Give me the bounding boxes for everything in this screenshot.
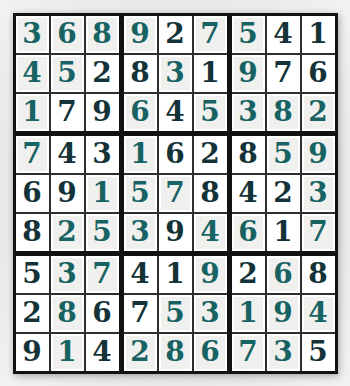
solved-digit: 8 [165,338,184,366]
cell-r7c1[interactable]: 5 [16,256,49,293]
given-digit: 4 [273,20,292,48]
given-digit: 3 [92,140,111,168]
cell-r1c1[interactable]: 3 [16,16,49,53]
solved-digit: 5 [92,218,111,246]
cell-r3c7[interactable]: 3 [232,94,265,131]
cell-r4c9[interactable]: 9 [302,136,335,173]
given-digit: 9 [165,218,184,246]
cell-r7c8[interactable]: 6 [267,256,300,293]
solved-digit: 5 [200,98,219,126]
cell-r3c4[interactable]: 6 [124,94,157,131]
cell-r5c2[interactable]: 9 [51,175,84,212]
cell-r4c5[interactable]: 6 [159,136,192,173]
box-8: 419753286 [124,256,227,371]
solved-digit: 1 [57,338,76,366]
cell-r8c1[interactable]: 2 [16,295,49,332]
solved-digit: 8 [57,299,76,327]
solved-digit: 3 [22,20,41,48]
solved-digit: 9 [308,140,327,168]
cell-r4c4[interactable]: 1 [124,136,157,173]
cell-r9c1[interactable]: 9 [16,334,49,371]
cell-r9c5[interactable]: 8 [159,334,192,371]
cell-r6c5[interactable]: 9 [159,214,192,251]
given-digit: 8 [200,179,219,207]
given-digit: 6 [165,140,184,168]
solved-digit: 7 [308,218,327,246]
given-digit: 1 [200,59,219,87]
box-7: 537286914 [16,256,119,371]
cell-r1c6[interactable]: 7 [194,16,227,53]
solved-digit: 7 [165,179,184,207]
solved-digit: 6 [273,260,292,288]
cell-r1c7[interactable]: 5 [232,16,265,53]
cell-r6c7[interactable]: 6 [232,214,265,251]
solved-digit: 8 [273,98,292,126]
cell-r7c3[interactable]: 7 [86,256,119,293]
cell-r6c8[interactable]: 1 [267,214,300,251]
sudoku-page: 3684521799278316455419763827436918251625… [0,0,350,386]
cell-r3c5[interactable]: 4 [159,94,192,131]
cell-r7c6[interactable]: 9 [194,256,227,293]
given-digit: 8 [130,59,149,87]
solved-digit: 9 [130,20,149,48]
given-digit: 8 [238,140,257,168]
cell-r5c5[interactable]: 7 [159,175,192,212]
cell-r8c5[interactable]: 5 [159,295,192,332]
cell-r5c8[interactable]: 2 [267,175,300,212]
cell-r5c4[interactable]: 5 [124,175,157,212]
cell-r6c4[interactable]: 3 [124,214,157,251]
solved-digit: 3 [273,338,292,366]
sudoku-board: 3684521799278316455419763827436918251625… [13,13,338,374]
solved-digit: 5 [130,179,149,207]
given-digit: 8 [22,218,41,246]
given-digit: 2 [273,179,292,207]
solved-digit: 6 [200,338,219,366]
cell-r2c2[interactable]: 5 [51,55,84,92]
given-digit: 7 [130,299,149,327]
solved-digit: 8 [92,20,111,48]
solved-digit: 7 [92,260,111,288]
cell-r4c8[interactable]: 5 [267,136,300,173]
solved-digit: 6 [238,218,257,246]
cell-r5c3[interactable]: 1 [86,175,119,212]
solved-digit: 4 [22,59,41,87]
cell-r1c9[interactable]: 1 [302,16,335,53]
cell-r2c8[interactable]: 7 [267,55,300,92]
given-digit: 7 [57,98,76,126]
cell-r6c9[interactable]: 7 [302,214,335,251]
given-digit: 6 [22,179,41,207]
given-digit: 5 [22,260,41,288]
cell-r4c7[interactable]: 8 [232,136,265,173]
cell-r9c6[interactable]: 6 [194,334,227,371]
cell-r7c9[interactable]: 8 [302,256,335,293]
cell-r6c6[interactable]: 4 [194,214,227,251]
box-9: 268194735 [232,256,335,371]
solved-digit: 3 [238,98,257,126]
given-digit: 8 [308,260,327,288]
cell-r2c6[interactable]: 1 [194,55,227,92]
given-digit: 9 [57,179,76,207]
given-digit: 2 [22,299,41,327]
given-digit: 9 [92,98,111,126]
solved-digit: 1 [130,140,149,168]
given-digit: 1 [165,260,184,288]
given-digit: 2 [238,260,257,288]
solved-digit: 5 [57,59,76,87]
solved-digit: 3 [57,260,76,288]
cell-r8c3[interactable]: 6 [86,295,119,332]
solved-digit: 1 [22,98,41,126]
cell-r1c4[interactable]: 9 [124,16,157,53]
sudoku-grid: 3684521799278316455419763827436918251625… [16,16,335,371]
cell-r8c7[interactable]: 1 [232,295,265,332]
solved-digit: 6 [130,98,149,126]
cell-r3c9[interactable]: 2 [302,94,335,131]
cell-r6c1[interactable]: 8 [16,214,49,251]
given-digit: 6 [308,59,327,87]
cell-r5c7[interactable]: 4 [232,175,265,212]
given-digit: 2 [92,59,111,87]
given-digit: 2 [200,140,219,168]
cell-r2c5[interactable]: 3 [159,55,192,92]
cell-r5c9[interactable]: 3 [302,175,335,212]
solved-digit: 5 [238,20,257,48]
cell-r2c3[interactable]: 2 [86,55,119,92]
cell-r8c6[interactable]: 3 [194,295,227,332]
cell-r9c2[interactable]: 1 [51,334,84,371]
given-digit: 4 [92,338,111,366]
solved-digit: 7 [200,20,219,48]
solved-digit: 3 [200,299,219,327]
cell-r4c6[interactable]: 2 [194,136,227,173]
cell-r6c3[interactable]: 5 [86,214,119,251]
cell-r6c2[interactable]: 2 [51,214,84,251]
solved-digit: 7 [22,140,41,168]
solved-digit: 9 [273,299,292,327]
cell-r7c4[interactable]: 4 [124,256,157,293]
cell-r8c8[interactable]: 9 [267,295,300,332]
solved-digit: 7 [238,338,257,366]
solved-digit: 1 [238,299,257,327]
box-1: 368452179 [16,16,119,131]
cell-r1c8[interactable]: 4 [267,16,300,53]
solved-digit: 3 [130,218,149,246]
cell-r2c7[interactable]: 9 [232,55,265,92]
solved-digit: 9 [238,59,257,87]
given-digit: 4 [165,98,184,126]
cell-r8c9[interactable]: 4 [302,295,335,332]
given-digit: 4 [57,140,76,168]
cell-r3c3[interactable]: 9 [86,94,119,131]
given-digit: 1 [308,20,327,48]
box-5: 162578394 [124,136,227,251]
cell-r3c2[interactable]: 7 [51,94,84,131]
cell-r8c2[interactable]: 8 [51,295,84,332]
cell-r8c4[interactable]: 7 [124,295,157,332]
solved-digit: 6 [57,20,76,48]
solved-digit: 9 [200,260,219,288]
box-6: 859423617 [232,136,335,251]
cell-r3c6[interactable]: 5 [194,94,227,131]
solved-digit: 3 [308,179,327,207]
given-digit: 2 [165,20,184,48]
solved-digit: 5 [273,140,292,168]
box-4: 743691825 [16,136,119,251]
given-digit: 7 [273,59,292,87]
solved-digit: 4 [200,218,219,246]
box-3: 541976382 [232,16,335,131]
cell-r3c1[interactable]: 1 [16,94,49,131]
cell-r7c7[interactable]: 2 [232,256,265,293]
given-digit: 6 [92,299,111,327]
cell-r5c6[interactable]: 8 [194,175,227,212]
solved-digit: 2 [308,98,327,126]
cell-r2c1[interactable]: 4 [16,55,49,92]
given-digit: 4 [238,179,257,207]
solved-digit: 2 [130,338,149,366]
cell-r9c8[interactable]: 3 [267,334,300,371]
cell-r1c3[interactable]: 8 [86,16,119,53]
cell-r9c3[interactable]: 4 [86,334,119,371]
cell-r9c9[interactable]: 5 [302,334,335,371]
cell-r9c7[interactable]: 7 [232,334,265,371]
solved-digit: 4 [308,299,327,327]
given-digit: 5 [308,338,327,366]
given-digit: 9 [22,338,41,366]
cell-r7c5[interactable]: 1 [159,256,192,293]
solved-digit: 1 [92,179,111,207]
given-digit: 1 [273,218,292,246]
given-digit: 4 [130,260,149,288]
solved-digit: 3 [165,59,184,87]
cell-r2c9[interactable]: 6 [302,55,335,92]
cell-r4c3[interactable]: 3 [86,136,119,173]
cell-r1c2[interactable]: 6 [51,16,84,53]
box-2: 927831645 [124,16,227,131]
cell-r7c2[interactable]: 3 [51,256,84,293]
solved-digit: 2 [57,218,76,246]
cell-r4c2[interactable]: 4 [51,136,84,173]
cell-r2c4[interactable]: 8 [124,55,157,92]
cell-r5c1[interactable]: 6 [16,175,49,212]
cell-r9c4[interactable]: 2 [124,334,157,371]
cell-r4c1[interactable]: 7 [16,136,49,173]
cell-r1c5[interactable]: 2 [159,16,192,53]
cell-r3c8[interactable]: 8 [267,94,300,131]
solved-digit: 5 [165,299,184,327]
